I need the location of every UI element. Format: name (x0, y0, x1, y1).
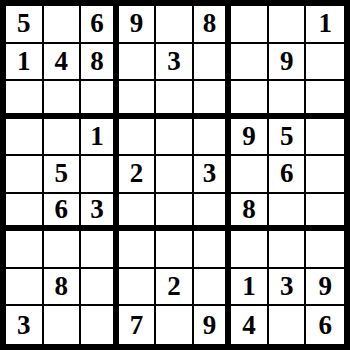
cell-r9c5[interactable] (156, 306, 194, 344)
cell-r8c4[interactable] (119, 269, 157, 307)
cell-r4c6[interactable] (194, 119, 232, 157)
cell-r2c4[interactable] (119, 44, 157, 82)
cell-r1c2[interactable] (44, 6, 82, 44)
cell-r2c3: 8 (81, 44, 119, 82)
cell-r3c3[interactable] (81, 81, 119, 119)
cell-r4c1[interactable] (6, 119, 44, 157)
cell-r1c9: 1 (306, 6, 344, 44)
sudoku-board: 569811483919552366388213937946 (0, 0, 350, 350)
cell-r9c9: 6 (306, 306, 344, 344)
cell-r7c5[interactable] (156, 231, 194, 269)
cell-r9c1: 3 (6, 306, 44, 344)
cell-r4c4[interactable] (119, 119, 157, 157)
cell-r5c5[interactable] (156, 156, 194, 194)
cell-r9c8[interactable] (269, 306, 307, 344)
cell-r6c3: 3 (81, 194, 119, 232)
cell-r8c7: 1 (231, 269, 269, 307)
cell-r8c8: 3 (269, 269, 307, 307)
cell-r2c6[interactable] (194, 44, 232, 82)
cell-r8c9: 9 (306, 269, 344, 307)
cell-r6c7: 8 (231, 194, 269, 232)
cell-r3c4[interactable] (119, 81, 157, 119)
cell-r4c8: 5 (269, 119, 307, 157)
cell-r4c3: 1 (81, 119, 119, 157)
cell-r5c9[interactable] (306, 156, 344, 194)
cell-r1c7[interactable] (231, 6, 269, 44)
cell-r7c4[interactable] (119, 231, 157, 269)
cell-r5c6: 3 (194, 156, 232, 194)
cell-r9c2[interactable] (44, 306, 82, 344)
cell-r4c5[interactable] (156, 119, 194, 157)
cell-r2c2: 4 (44, 44, 82, 82)
cell-r8c3[interactable] (81, 269, 119, 307)
cell-r6c2: 6 (44, 194, 82, 232)
cell-r6c5[interactable] (156, 194, 194, 232)
cell-r1c8[interactable] (269, 6, 307, 44)
cell-r6c4[interactable] (119, 194, 157, 232)
cell-r5c2: 5 (44, 156, 82, 194)
sudoku-page: 569811483919552366388213937946 (0, 0, 350, 350)
cell-r3c2[interactable] (44, 81, 82, 119)
cell-r1c5[interactable] (156, 6, 194, 44)
cell-r3c9[interactable] (306, 81, 344, 119)
cell-r9c3[interactable] (81, 306, 119, 344)
cell-r5c7[interactable] (231, 156, 269, 194)
cell-r3c1[interactable] (6, 81, 44, 119)
cell-r2c8: 9 (269, 44, 307, 82)
cell-r5c4: 2 (119, 156, 157, 194)
cell-r8c2: 8 (44, 269, 82, 307)
cell-r3c7[interactable] (231, 81, 269, 119)
cell-r2c7[interactable] (231, 44, 269, 82)
cell-r1c6: 8 (194, 6, 232, 44)
cell-r1c1: 5 (6, 6, 44, 44)
cell-r7c6[interactable] (194, 231, 232, 269)
cell-r7c9[interactable] (306, 231, 344, 269)
cell-r8c5: 2 (156, 269, 194, 307)
cell-r9c6: 9 (194, 306, 232, 344)
cell-r8c6[interactable] (194, 269, 232, 307)
cell-r8c1[interactable] (6, 269, 44, 307)
cell-r1c4: 9 (119, 6, 157, 44)
cell-r3c8[interactable] (269, 81, 307, 119)
cell-r5c8: 6 (269, 156, 307, 194)
cell-r6c6[interactable] (194, 194, 232, 232)
cell-r4c9[interactable] (306, 119, 344, 157)
cell-r4c7: 9 (231, 119, 269, 157)
cell-r3c6[interactable] (194, 81, 232, 119)
cell-r2c5: 3 (156, 44, 194, 82)
cell-r7c2[interactable] (44, 231, 82, 269)
cell-r6c8[interactable] (269, 194, 307, 232)
cell-r7c1[interactable] (6, 231, 44, 269)
cell-r2c9[interactable] (306, 44, 344, 82)
cell-r5c3[interactable] (81, 156, 119, 194)
cell-r9c4: 7 (119, 306, 157, 344)
cell-r7c7[interactable] (231, 231, 269, 269)
cell-r7c3[interactable] (81, 231, 119, 269)
cell-r9c7: 4 (231, 306, 269, 344)
cell-r6c1[interactable] (6, 194, 44, 232)
cell-r3c5[interactable] (156, 81, 194, 119)
cell-r1c3: 6 (81, 6, 119, 44)
cell-r5c1[interactable] (6, 156, 44, 194)
cell-r7c8[interactable] (269, 231, 307, 269)
cell-r6c9[interactable] (306, 194, 344, 232)
cell-r2c1: 1 (6, 44, 44, 82)
cell-r4c2[interactable] (44, 119, 82, 157)
